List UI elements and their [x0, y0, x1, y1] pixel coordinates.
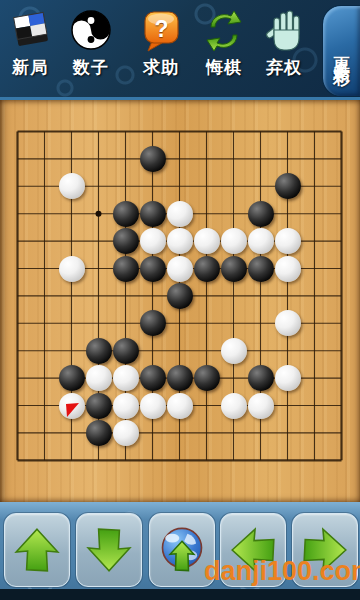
black-stone[interactable]: [167, 365, 193, 391]
white-stone[interactable]: [167, 393, 193, 419]
white-stone[interactable]: [275, 256, 301, 282]
pass-button[interactable]: 弃权: [254, 6, 314, 92]
white-stone[interactable]: [167, 228, 193, 254]
count-stones-label: 数子: [61, 56, 121, 79]
black-stone[interactable]: [86, 338, 112, 364]
white-stone[interactable]: [248, 393, 274, 419]
new-game-button[interactable]: 新局: [0, 6, 60, 92]
white-stone[interactable]: [167, 256, 193, 282]
undo-label: 悔棋: [194, 56, 254, 79]
black-stone[interactable]: [248, 201, 274, 227]
green-up-arrow-icon: [12, 525, 62, 575]
black-stone[interactable]: [86, 393, 112, 419]
svg-text:?: ?: [154, 16, 168, 42]
star-point: [96, 211, 102, 217]
question-bubble-icon: ?: [139, 6, 183, 54]
bottom-edge-strip: [0, 589, 360, 600]
undo-recycle-icon: [202, 6, 246, 54]
black-stone[interactable]: [113, 228, 139, 254]
black-stone[interactable]: [248, 256, 274, 282]
white-stone[interactable]: [113, 365, 139, 391]
white-stone[interactable]: [113, 393, 139, 419]
pass-label: 弃权: [254, 56, 314, 79]
white-stone[interactable]: [221, 228, 247, 254]
white-stone[interactable]: [59, 256, 85, 282]
green-down-arrow-icon: [84, 525, 134, 575]
white-stone[interactable]: [59, 393, 85, 419]
white-stone[interactable]: [221, 393, 247, 419]
go-board[interactable]: [0, 100, 360, 502]
help-button[interactable]: ? 求助: [131, 6, 191, 92]
black-stone[interactable]: [140, 201, 166, 227]
black-stone[interactable]: [140, 310, 166, 336]
white-stone[interactable]: [86, 365, 112, 391]
black-stone[interactable]: [140, 256, 166, 282]
black-stone[interactable]: [140, 365, 166, 391]
black-stone[interactable]: [113, 201, 139, 227]
black-stone[interactable]: [167, 283, 193, 309]
black-stone[interactable]: [59, 365, 85, 391]
black-stone[interactable]: [113, 338, 139, 364]
globe-up-arrow-icon: [156, 524, 208, 576]
black-stone[interactable]: [248, 365, 274, 391]
black-stone[interactable]: [275, 173, 301, 199]
white-stone[interactable]: [140, 393, 166, 419]
white-stone[interactable]: [113, 420, 139, 446]
white-stone[interactable]: [275, 228, 301, 254]
white-stone[interactable]: [167, 201, 193, 227]
more-content-button[interactable]: 更多精彩: [322, 5, 360, 97]
black-stone[interactable]: [221, 256, 247, 282]
black-stone[interactable]: [86, 420, 112, 446]
hand-pass-icon: [262, 6, 306, 54]
down-arrow-button[interactable]: [76, 513, 142, 587]
count-stones-button[interactable]: 数子: [61, 6, 121, 92]
white-stone[interactable]: [275, 310, 301, 336]
black-stone[interactable]: [194, 365, 220, 391]
black-stone[interactable]: [113, 256, 139, 282]
help-label: 求助: [131, 56, 191, 79]
white-stone[interactable]: [59, 173, 85, 199]
watermark-text: danji100.com: [204, 556, 360, 587]
last-move-marker: [59, 393, 85, 419]
up-arrow-button[interactable]: [4, 513, 70, 587]
eraser-icon: [8, 6, 52, 54]
new-game-label: 新局: [0, 56, 60, 79]
white-stone[interactable]: [221, 338, 247, 364]
more-content-label: 更多精彩: [330, 43, 353, 59]
black-stone[interactable]: [140, 146, 166, 172]
white-stone[interactable]: [140, 228, 166, 254]
undo-button[interactable]: 悔棋: [194, 6, 254, 92]
white-stone[interactable]: [248, 228, 274, 254]
yinyang-icon: [69, 6, 113, 54]
white-stone[interactable]: [275, 365, 301, 391]
app-screen: 新局 数子 ? 求助: [0, 0, 360, 600]
black-stone[interactable]: [194, 256, 220, 282]
top-toolbar: 新局 数子 ? 求助: [0, 0, 360, 97]
white-stone[interactable]: [194, 228, 220, 254]
